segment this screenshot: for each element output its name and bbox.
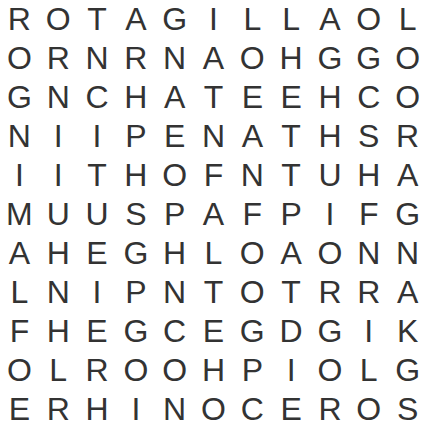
grid-cell-r6c10[interactable]: F <box>349 195 388 234</box>
grid-cell-r9c1[interactable]: F <box>0 311 39 350</box>
grid-cell-r4c6[interactable]: N <box>194 117 233 156</box>
grid-cell-r7c6[interactable]: L <box>194 233 233 272</box>
grid-cell-r3c8[interactable]: E <box>272 78 311 117</box>
grid-cell-r10c9[interactable]: O <box>311 350 350 389</box>
grid-cell-r10c6[interactable]: H <box>194 350 233 389</box>
grid-cell-r4c11[interactable]: R <box>388 117 427 156</box>
grid-cell-r1c2[interactable]: O <box>39 0 78 39</box>
grid-cell-r8c2[interactable]: N <box>39 272 78 311</box>
grid-cell-r3c5[interactable]: A <box>155 78 194 117</box>
grid-cell-r10c7[interactable]: P <box>233 350 272 389</box>
grid-cell-r8c6[interactable]: T <box>194 272 233 311</box>
grid-cell-r1c10[interactable]: O <box>349 0 388 39</box>
grid-cell-r11c2[interactable]: R <box>39 389 78 428</box>
grid-cell-r9c10[interactable]: I <box>349 311 388 350</box>
grid-cell-r2c9[interactable]: G <box>311 39 350 78</box>
grid-cell-r10c10[interactable]: L <box>349 350 388 389</box>
grid-cell-r5c6[interactable]: F <box>194 156 233 195</box>
grid-cell-r4c3[interactable]: I <box>78 117 117 156</box>
grid-cell-r7c4[interactable]: G <box>116 233 155 272</box>
word-search-grid: ROTAGILLAOLORNRNAOHGGOGNCHATEEHCONIIPENA… <box>0 0 427 428</box>
grid-cell-r7c10[interactable]: N <box>349 233 388 272</box>
grid-cell-r1c8[interactable]: L <box>272 0 311 39</box>
grid-cell-r10c11[interactable]: G <box>388 350 427 389</box>
grid-cell-r7c3[interactable]: E <box>78 233 117 272</box>
grid-cell-r6c7[interactable]: F <box>233 195 272 234</box>
grid-cell-r9c6[interactable]: E <box>194 311 233 350</box>
grid-cell-r2c11[interactable]: O <box>388 39 427 78</box>
grid-cell-r5c5[interactable]: O <box>155 156 194 195</box>
grid-cell-r1c1[interactable]: R <box>0 0 39 39</box>
grid-cell-r8c3[interactable]: I <box>78 272 117 311</box>
grid-cell-r5c4[interactable]: H <box>116 156 155 195</box>
grid-cell-r7c5[interactable]: H <box>155 233 194 272</box>
grid-cell-r9c7[interactable]: G <box>233 311 272 350</box>
grid-cell-r2c2[interactable]: R <box>39 39 78 78</box>
grid-cell-r7c1[interactable]: A <box>0 233 39 272</box>
grid-cell-r7c2[interactable]: H <box>39 233 78 272</box>
grid-cell-r6c1[interactable]: M <box>0 195 39 234</box>
grid-cell-r8c7[interactable]: O <box>233 272 272 311</box>
grid-cell-r2c7[interactable]: O <box>233 39 272 78</box>
grid-cell-r6c9[interactable]: I <box>311 195 350 234</box>
grid-cell-r9c5[interactable]: C <box>155 311 194 350</box>
grid-cell-r3c3[interactable]: C <box>78 78 117 117</box>
grid-cell-r3c11[interactable]: O <box>388 78 427 117</box>
grid-cell-r4c9[interactable]: H <box>311 117 350 156</box>
grid-cell-r11c3[interactable]: H <box>78 389 117 428</box>
grid-cell-r1c11[interactable]: L <box>388 0 427 39</box>
grid-cell-r2c4[interactable]: R <box>116 39 155 78</box>
grid-cell-r6c5[interactable]: P <box>155 195 194 234</box>
grid-cell-r6c2[interactable]: U <box>39 195 78 234</box>
grid-cell-r11c4[interactable]: I <box>116 389 155 428</box>
grid-cell-r10c1[interactable]: O <box>0 350 39 389</box>
grid-cell-r2c6[interactable]: A <box>194 39 233 78</box>
grid-cell-r2c3[interactable]: N <box>78 39 117 78</box>
grid-cell-r10c2[interactable]: L <box>39 350 78 389</box>
grid-cell-r3c7[interactable]: E <box>233 78 272 117</box>
grid-cell-r11c10[interactable]: O <box>349 389 388 428</box>
grid-cell-r5c7[interactable]: N <box>233 156 272 195</box>
grid-cell-r11c8[interactable]: E <box>272 389 311 428</box>
grid-cell-r1c4[interactable]: A <box>116 0 155 39</box>
grid-cell-r4c5[interactable]: E <box>155 117 194 156</box>
grid-cell-r11c6[interactable]: O <box>194 389 233 428</box>
grid-cell-r6c3[interactable]: U <box>78 195 117 234</box>
grid-cell-r5c8[interactable]: T <box>272 156 311 195</box>
grid-cell-r8c11[interactable]: A <box>388 272 427 311</box>
grid-cell-r2c10[interactable]: G <box>349 39 388 78</box>
grid-cell-r4c10[interactable]: S <box>349 117 388 156</box>
grid-cell-r6c11[interactable]: G <box>388 195 427 234</box>
grid-cell-r11c5[interactable]: N <box>155 389 194 428</box>
grid-cell-r9c3[interactable]: E <box>78 311 117 350</box>
grid-cell-r5c9[interactable]: U <box>311 156 350 195</box>
grid-cell-r11c11[interactable]: S <box>388 389 427 428</box>
grid-cell-r1c9[interactable]: A <box>311 0 350 39</box>
grid-cell-r2c1[interactable]: O <box>0 39 39 78</box>
grid-cell-r8c8[interactable]: T <box>272 272 311 311</box>
grid-cell-r4c7[interactable]: A <box>233 117 272 156</box>
grid-cell-r9c11[interactable]: K <box>388 311 427 350</box>
grid-cell-r8c5[interactable]: N <box>155 272 194 311</box>
grid-cell-r11c1[interactable]: E <box>0 389 39 428</box>
grid-cell-r4c1[interactable]: N <box>0 117 39 156</box>
grid-cell-r10c5[interactable]: O <box>155 350 194 389</box>
grid-cell-r8c1[interactable]: L <box>0 272 39 311</box>
grid-cell-r11c9[interactable]: R <box>311 389 350 428</box>
grid-cell-r4c4[interactable]: P <box>116 117 155 156</box>
grid-cell-r7c9[interactable]: O <box>311 233 350 272</box>
grid-cell-r9c2[interactable]: H <box>39 311 78 350</box>
grid-cell-r6c8[interactable]: P <box>272 195 311 234</box>
grid-cell-r5c1[interactable]: I <box>0 156 39 195</box>
grid-cell-r11c7[interactable]: C <box>233 389 272 428</box>
grid-cell-r8c9[interactable]: R <box>311 272 350 311</box>
grid-cell-r3c10[interactable]: C <box>349 78 388 117</box>
grid-cell-r3c2[interactable]: N <box>39 78 78 117</box>
grid-cell-r1c5[interactable]: G <box>155 0 194 39</box>
grid-cell-r7c8[interactable]: A <box>272 233 311 272</box>
grid-cell-r6c4[interactable]: S <box>116 195 155 234</box>
grid-cell-r2c8[interactable]: H <box>272 39 311 78</box>
grid-cell-r10c3[interactable]: R <box>78 350 117 389</box>
grid-cell-r5c2[interactable]: I <box>39 156 78 195</box>
grid-cell-r3c4[interactable]: H <box>116 78 155 117</box>
grid-cell-r1c3[interactable]: T <box>78 0 117 39</box>
grid-cell-r5c11[interactable]: A <box>388 156 427 195</box>
grid-cell-r3c9[interactable]: H <box>311 78 350 117</box>
grid-cell-r7c7[interactable]: O <box>233 233 272 272</box>
grid-cell-r7c11[interactable]: N <box>388 233 427 272</box>
grid-cell-r3c1[interactable]: G <box>0 78 39 117</box>
grid-cell-r3c6[interactable]: T <box>194 78 233 117</box>
grid-cell-r8c4[interactable]: P <box>116 272 155 311</box>
grid-cell-r10c8[interactable]: I <box>272 350 311 389</box>
grid-cell-r4c2[interactable]: I <box>39 117 78 156</box>
grid-cell-r2c5[interactable]: N <box>155 39 194 78</box>
grid-cell-r10c4[interactable]: O <box>116 350 155 389</box>
grid-cell-r8c10[interactable]: R <box>349 272 388 311</box>
grid-cell-r1c7[interactable]: L <box>233 0 272 39</box>
grid-cell-r6c6[interactable]: A <box>194 195 233 234</box>
grid-cell-r5c3[interactable]: T <box>78 156 117 195</box>
grid-cell-r9c9[interactable]: G <box>311 311 350 350</box>
grid-cell-r9c8[interactable]: D <box>272 311 311 350</box>
grid-cell-r4c8[interactable]: T <box>272 117 311 156</box>
grid-cell-r1c6[interactable]: I <box>194 0 233 39</box>
grid-cell-r5c10[interactable]: H <box>349 156 388 195</box>
grid-cell-r9c4[interactable]: G <box>116 311 155 350</box>
